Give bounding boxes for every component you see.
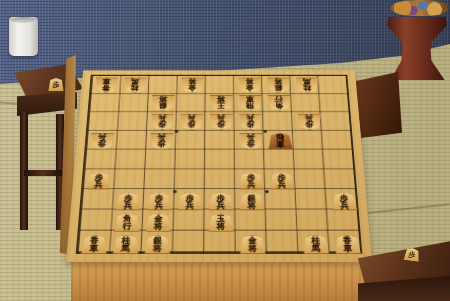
piece-3a[interactable]: 銀将 [266, 77, 291, 92]
piece-7b[interactable]: 銀将 [150, 95, 175, 111]
piece-kanji: 車 [246, 96, 254, 103]
piece-7d[interactable]: 歩兵 [148, 133, 174, 149]
captured-piece-kanji: 歩 [408, 249, 416, 260]
hoshi-dot [173, 190, 177, 193]
piece-kanji: 兵 [98, 134, 107, 141]
board-grid[interactable]: 香車桂馬金将金将銀将桂馬銀将王将飛車角行歩兵歩兵歩兵歩兵歩兵歩兵歩兵歩兵飛車歩兵… [76, 75, 363, 254]
piece-kanji: 兵 [186, 201, 195, 209]
piece-kanji: 将 [154, 223, 163, 231]
piece-kanji: 王 [217, 103, 225, 110]
hoshi-dot [175, 130, 179, 133]
piece-kanji: 兵 [187, 115, 195, 122]
piece-4i[interactable]: 金将 [239, 235, 266, 254]
piece-kanji: 行 [122, 223, 131, 231]
piece-kanji: 将 [153, 244, 162, 252]
piece-kanji: 車 [276, 141, 284, 148]
piece-kanji: 飛 [246, 103, 254, 110]
piece-7i[interactable]: 銀将 [144, 235, 171, 254]
piece-kanji: 馬 [131, 78, 139, 85]
piece-3f[interactable]: 歩兵 [269, 172, 295, 189]
piece-9i[interactable]: 香車 [80, 235, 108, 254]
piece-kanji: 兵 [247, 181, 255, 188]
piece-kanji: 歩 [157, 141, 165, 148]
piece-4d[interactable]: 歩兵 [238, 133, 263, 149]
piece-4f[interactable]: 歩兵 [238, 172, 264, 189]
piece-kanji: 将 [245, 78, 253, 85]
piece-7c[interactable]: 歩兵 [149, 114, 174, 130]
piece-5b[interactable]: 王将 [209, 95, 234, 111]
piece-kanji: 馬 [312, 244, 321, 252]
piece-kanji: 将 [159, 96, 167, 103]
piece-kanji: 歩 [158, 122, 166, 129]
piece-8g[interactable]: 歩兵 [115, 193, 142, 211]
piece-kanji: 車 [89, 244, 98, 252]
piece-7h[interactable]: 金将 [145, 214, 172, 232]
left-komadai-rail [24, 170, 62, 176]
piece-kanji: 行 [275, 96, 283, 103]
piece-kanji: 兵 [94, 181, 103, 188]
piece-6a[interactable]: 金将 [180, 77, 204, 92]
piece-kanji: 兵 [246, 115, 254, 122]
piece-4a[interactable]: 金将 [237, 77, 262, 92]
piece-kanji: 将 [217, 96, 225, 103]
piece-kanji: 兵 [157, 134, 165, 141]
piece-kanji: 兵 [217, 201, 225, 209]
piece-kanji: 兵 [305, 115, 313, 122]
photo-stage: 歩 香車桂馬金将金将銀将桂馬銀将王将飛車角行歩兵歩兵歩兵歩兵歩兵歩兵歩兵歩兵飛車… [0, 0, 450, 301]
piece-3d[interactable]: 飛車 [268, 133, 294, 149]
lacquered-stand [383, 0, 450, 80]
piece-kanji: 兵 [124, 201, 133, 209]
piece-5c[interactable]: 歩兵 [208, 114, 233, 130]
piece-8i[interactable]: 桂馬 [112, 235, 140, 254]
piece-kanji: 歩 [246, 122, 254, 129]
piece-6c[interactable]: 歩兵 [179, 114, 204, 130]
piece-kanji: 兵 [246, 134, 254, 141]
piece-1g[interactable]: 歩兵 [331, 193, 358, 211]
piece-kanji: 角 [275, 103, 283, 110]
piece-9a[interactable]: 香車 [93, 77, 118, 92]
piece-9d[interactable]: 歩兵 [89, 133, 115, 149]
piece-kanji: 兵 [217, 115, 225, 122]
piece-kanji: 歩 [305, 122, 313, 129]
piece-kanji: 馬 [121, 244, 130, 252]
piece-kanji: 車 [343, 244, 352, 252]
stand-top-pattern [391, 0, 449, 16]
piece-kanji: 兵 [155, 201, 164, 209]
piece-2a[interactable]: 桂馬 [294, 77, 319, 92]
piece-8a[interactable]: 桂馬 [122, 77, 147, 92]
hoshi-dot [263, 130, 267, 133]
piece-1i[interactable]: 香車 [334, 235, 362, 254]
piece-kanji: 将 [248, 201, 257, 209]
piece-4b[interactable]: 飛車 [238, 95, 263, 111]
piece-kanji: 歩 [217, 122, 225, 129]
piece-kanji: 兵 [340, 201, 349, 209]
piece-2c[interactable]: 歩兵 [296, 114, 322, 130]
piece-kanji: 兵 [158, 115, 166, 122]
piece-kanji: 車 [102, 78, 110, 85]
stand-body [387, 10, 447, 80]
piece-kanji: 兵 [278, 181, 287, 188]
shogi-board[interactable]: 香車桂馬金将金将銀将桂馬銀将王将飛車角行歩兵歩兵歩兵歩兵歩兵歩兵歩兵歩兵飛車歩兵… [66, 70, 372, 262]
piece-4c[interactable]: 歩兵 [238, 114, 263, 130]
piece-8h[interactable]: 角行 [113, 214, 140, 232]
piece-kanji: 歩 [187, 122, 195, 129]
piece-kanji: 銀 [159, 103, 167, 110]
piece-3b[interactable]: 角行 [266, 95, 291, 111]
piece-5h[interactable]: 玉将 [208, 214, 235, 232]
piece-kanji: 将 [248, 244, 257, 252]
piece-kanji: 将 [217, 223, 226, 231]
piece-7g[interactable]: 歩兵 [146, 193, 173, 211]
piece-9f[interactable]: 歩兵 [85, 172, 112, 189]
piece-6g[interactable]: 歩兵 [177, 193, 203, 211]
piece-kanji: 将 [274, 78, 282, 85]
piece-5g[interactable]: 歩兵 [208, 193, 234, 211]
piece-kanji: 将 [188, 78, 196, 85]
hoshi-dot [265, 190, 269, 193]
piece-kanji: 歩 [247, 141, 255, 148]
piece-kanji: 馬 [303, 78, 311, 85]
captured-piece-kanji: 歩 [53, 80, 60, 90]
piece-kanji: 歩 [97, 141, 106, 148]
piece-2i[interactable]: 桂馬 [302, 235, 330, 254]
piece-4g[interactable]: 銀将 [239, 193, 265, 211]
white-mug [9, 17, 38, 56]
